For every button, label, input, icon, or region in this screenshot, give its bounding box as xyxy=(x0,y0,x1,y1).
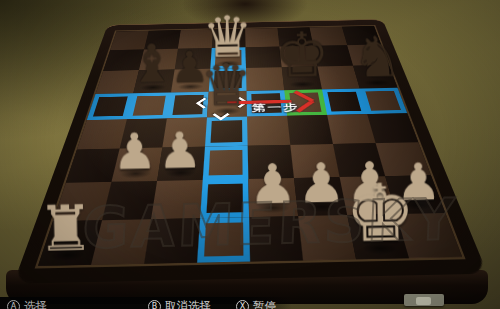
piece-black-king[interactable]: ♚ xyxy=(274,24,331,87)
square-b6[interactable]: ♝ xyxy=(133,69,174,93)
square-b2[interactable] xyxy=(102,181,157,220)
square-g1[interactable]: ♚ xyxy=(347,214,409,259)
piece-black-queen-selected[interactable]: ♛ xyxy=(200,56,253,115)
square-h6[interactable]: ♞ xyxy=(353,65,397,89)
square-e2[interactable]: ♟ xyxy=(248,178,298,217)
square-b1[interactable] xyxy=(91,219,151,265)
piece-white-king[interactable]: ♚ xyxy=(344,173,416,253)
step-annotation: 第一步 xyxy=(252,102,300,115)
square-c1[interactable] xyxy=(144,218,200,264)
square-c2[interactable] xyxy=(151,180,203,219)
square-e1[interactable] xyxy=(249,216,303,261)
piece-white-pawn[interactable]: ♟ xyxy=(112,127,158,178)
gamepad-x-button-icon: X xyxy=(236,300,249,309)
square-c3[interactable]: ♟ xyxy=(157,147,205,181)
square-e4[interactable] xyxy=(247,116,290,146)
square-a5[interactable] xyxy=(87,93,133,120)
square-f2[interactable]: ♟ xyxy=(294,177,347,216)
hint-select: A 选择 xyxy=(7,299,47,309)
chessboard-frame: 第一步 ♛♝♟♚♞♛♟♟♟♟♟♟♜♚ xyxy=(13,19,487,284)
piece-white-pawn[interactable]: ♟ xyxy=(248,156,298,212)
square-d4[interactable] xyxy=(205,117,248,147)
square-f6[interactable]: ♚ xyxy=(282,66,322,90)
chessboard: 第一步 ♛♝♟♚♞♛♟♟♟♟♟♟♜♚ xyxy=(38,26,462,266)
square-d1[interactable] xyxy=(197,217,250,262)
piece-white-pawn[interactable]: ♟ xyxy=(157,126,203,177)
square-b5[interactable] xyxy=(127,92,171,119)
square-f4[interactable] xyxy=(287,115,333,145)
hint-pause: X 暂停 xyxy=(236,299,276,309)
controller-hints-bar: A 选择 B 取消选择 X 暂停 xyxy=(0,297,292,309)
board-clasp xyxy=(404,294,444,306)
square-h5[interactable] xyxy=(360,88,408,114)
piece-black-knight[interactable]: ♞ xyxy=(351,28,403,85)
piece-white-rook[interactable]: ♜ xyxy=(37,196,95,260)
game-viewport: 第一步 ♛♝♟♚♞♛♟♟♟♟♟♟♜♚ GAMERSKY A 选择 B 取消选择 … xyxy=(0,0,500,309)
hint-cancel: B 取消选择 xyxy=(148,299,211,309)
piece-white-pawn[interactable]: ♟ xyxy=(296,155,346,211)
square-h4[interactable] xyxy=(367,113,418,143)
square-d2[interactable] xyxy=(200,179,249,218)
gamepad-a-button-icon: A xyxy=(7,300,20,309)
gamepad-b-button-icon: B xyxy=(148,300,161,309)
square-b3[interactable]: ♟ xyxy=(111,148,162,182)
square-a1[interactable]: ♜ xyxy=(38,220,102,266)
square-d3[interactable] xyxy=(203,146,249,180)
